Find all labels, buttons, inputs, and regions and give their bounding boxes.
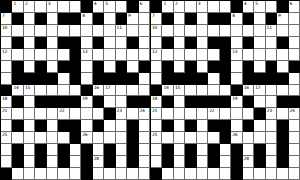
white-cell[interactable] [24,13,35,25]
white-cell[interactable] [266,132,277,144]
white-cell[interactable] [266,96,277,108]
white-cell[interactable] [208,168,219,180]
white-cell[interactable] [266,120,277,132]
white-cell[interactable] [197,61,208,73]
white-cell[interactable] [139,25,150,37]
white-cell[interactable] [174,13,185,25]
white-cell[interactable] [289,144,300,156]
white-cell[interactable]: 18 [1,96,12,108]
white-cell[interactable]: 7 [1,13,12,25]
white-cell[interactable] [47,85,58,97]
white-cell[interactable] [47,168,58,180]
white-cell[interactable] [81,25,92,37]
white-cell[interactable] [266,37,277,49]
white-cell[interactable]: 28 [243,156,254,168]
white-cell[interactable] [162,49,173,61]
white-cell[interactable] [70,144,81,156]
white-cell[interactable]: 14 [162,85,173,97]
white-cell[interactable] [81,108,92,120]
white-cell[interactable] [162,132,173,144]
white-cell[interactable] [12,49,23,61]
white-cell[interactable] [151,61,162,73]
white-cell[interactable] [24,108,35,120]
black-cell [104,156,115,168]
white-cell[interactable]: 8 [81,13,92,25]
white-cell[interactable] [104,13,115,25]
white-cell[interactable] [70,1,81,13]
white-cell[interactable] [139,85,150,97]
white-cell[interactable] [174,37,185,49]
white-cell[interactable]: 13 [81,49,92,61]
white-cell[interactable]: 4 [243,1,254,13]
white-cell[interactable] [197,37,208,49]
white-cell[interactable]: 21 [151,108,162,120]
white-cell[interactable] [231,120,242,132]
white-cell[interactable]: 17 [104,85,115,97]
white-cell[interactable] [254,61,265,73]
white-cell[interactable]: 4 [93,1,104,13]
white-cell[interactable] [185,168,196,180]
white-cell[interactable] [197,13,208,25]
white-cell[interactable] [162,168,173,180]
white-cell[interactable] [47,144,58,156]
white-cell[interactable] [35,108,46,120]
white-cell[interactable] [243,168,254,180]
white-cell[interactable]: 5 [254,1,265,13]
white-cell[interactable] [139,156,150,168]
white-cell[interactable] [197,49,208,61]
white-cell[interactable]: 7 [151,13,162,25]
white-cell[interactable] [127,61,138,73]
white-cell[interactable] [24,96,35,108]
white-cell[interactable] [197,168,208,180]
white-cell[interactable] [197,25,208,37]
white-cell[interactable] [24,144,35,156]
white-cell[interactable]: 19 [231,96,242,108]
black-cell [104,144,115,156]
white-cell[interactable]: 10 [1,25,12,37]
white-cell[interactable] [1,61,12,73]
white-cell[interactable] [185,85,196,97]
white-cell[interactable] [1,73,12,85]
white-cell[interactable] [174,108,185,120]
white-cell[interactable] [70,168,81,180]
white-cell[interactable] [116,156,127,168]
white-cell[interactable] [231,25,242,37]
white-cell[interactable]: 11 [266,25,277,37]
white-cell[interactable]: 15 [24,85,35,97]
white-cell[interactable] [47,37,58,49]
white-cell[interactable] [289,120,300,132]
white-cell[interactable] [231,108,242,120]
white-cell[interactable] [208,1,219,13]
white-cell[interactable] [151,37,162,49]
white-cell[interactable] [174,25,185,37]
white-cell[interactable] [104,25,115,37]
white-cell[interactable] [266,1,277,13]
black-cell [35,120,46,132]
white-cell[interactable] [58,132,69,144]
white-cell[interactable]: 22 [58,108,69,120]
white-cell[interactable] [81,37,92,49]
white-cell[interactable] [127,168,138,180]
black-cell [231,168,242,180]
white-cell[interactable] [116,85,127,97]
white-cell[interactable] [254,37,265,49]
white-cell[interactable] [35,132,46,144]
black-cell [185,37,196,49]
white-cell[interactable] [1,120,12,132]
white-cell[interactable] [208,132,219,144]
white-cell[interactable] [93,168,104,180]
white-cell[interactable] [24,132,35,144]
white-cell[interactable] [12,168,23,180]
white-cell[interactable] [104,168,115,180]
white-cell[interactable]: 9 [127,13,138,25]
white-cell[interactable]: 10 [151,25,162,37]
white-cell[interactable] [47,132,58,144]
white-cell[interactable] [266,85,277,97]
white-cell[interactable] [220,156,231,168]
white-cell[interactable] [81,120,92,132]
white-cell[interactable]: 12 [151,49,162,61]
white-cell[interactable] [289,37,300,49]
white-cell[interactable] [231,37,242,49]
white-cell[interactable] [1,37,12,49]
white-cell[interactable]: 16 [243,85,254,97]
white-cell[interactable] [220,1,231,13]
white-cell[interactable] [93,49,104,61]
white-cell[interactable] [70,108,81,120]
black-cell [185,96,196,108]
black-cell [70,37,81,49]
white-cell[interactable] [139,168,150,180]
white-cell[interactable] [197,120,208,132]
black-cell [24,73,35,85]
white-cell[interactable] [243,108,254,120]
white-cell[interactable] [254,25,265,37]
black-cell [151,1,162,13]
white-cell[interactable] [277,25,288,37]
black-cell [243,96,254,108]
black-cell [162,73,173,85]
white-cell[interactable]: 6 [289,1,300,13]
clue-number: 16 [94,85,99,90]
clue-number: 9 [128,13,131,18]
white-cell[interactable] [185,132,196,144]
white-cell[interactable] [104,49,115,61]
white-cell[interactable]: 1 [12,1,23,13]
white-cell[interactable] [24,120,35,132]
white-cell[interactable] [58,49,69,61]
white-cell[interactable] [93,25,104,37]
white-cell[interactable] [277,85,288,97]
white-cell[interactable] [254,49,265,61]
black-cell [162,61,173,73]
white-cell[interactable] [289,85,300,97]
black-cell [231,85,242,97]
black-cell [277,37,288,49]
white-cell[interactable] [104,61,115,73]
white-cell[interactable]: 25 [1,132,12,144]
white-cell[interactable] [266,168,277,180]
white-cell[interactable] [277,168,288,180]
white-cell[interactable] [58,85,69,97]
white-cell[interactable]: 25 [151,132,162,144]
white-cell[interactable] [1,156,12,168]
white-cell[interactable] [208,25,219,37]
white-cell[interactable]: 19 [81,96,92,108]
white-cell[interactable] [266,144,277,156]
white-cell[interactable] [35,85,46,97]
white-cell[interactable] [289,13,300,25]
white-cell[interactable] [162,108,173,120]
white-cell[interactable] [185,1,196,13]
white-cell[interactable] [151,156,162,168]
white-cell[interactable]: 26 [81,132,92,144]
white-cell[interactable] [151,73,162,85]
white-cell[interactable] [243,25,254,37]
white-cell[interactable] [220,25,231,37]
white-cell[interactable] [24,25,35,37]
white-cell[interactable] [185,25,196,37]
white-cell[interactable] [277,49,288,61]
white-cell[interactable]: 6 [139,1,150,13]
white-cell[interactable] [197,144,208,156]
white-cell[interactable]: 2 [174,1,185,13]
white-cell[interactable] [174,49,185,61]
white-cell[interactable] [174,132,185,144]
black-cell [208,156,219,168]
black-cell [70,61,81,73]
white-cell[interactable] [254,132,265,144]
white-cell[interactable] [104,120,115,132]
white-cell[interactable] [58,1,69,13]
white-cell[interactable] [127,49,138,61]
white-cell[interactable] [47,25,58,37]
white-cell[interactable] [58,25,69,37]
white-cell[interactable] [93,108,104,120]
white-cell[interactable] [220,108,231,120]
white-cell[interactable]: 26 [231,132,242,144]
white-cell[interactable] [116,144,127,156]
white-cell[interactable] [47,13,58,25]
black-cell [81,168,92,180]
white-cell[interactable] [243,132,254,144]
white-cell[interactable] [24,156,35,168]
black-cell [58,156,69,168]
black-cell [70,132,81,144]
white-cell[interactable] [266,49,277,61]
white-cell[interactable]: 3 [197,1,208,13]
white-cell[interactable] [104,37,115,49]
clue-number: 8 [232,13,235,18]
white-cell[interactable] [151,144,162,156]
white-cell[interactable] [116,96,127,108]
white-cell[interactable]: 23 [116,108,127,120]
white-cell[interactable] [220,168,231,180]
white-cell[interactable]: 14 [12,85,23,97]
white-cell[interactable]: 23 [266,108,277,120]
white-cell[interactable] [266,156,277,168]
white-cell[interactable] [1,144,12,156]
white-cell[interactable] [70,25,81,37]
white-cell[interactable] [139,37,150,49]
black-cell [220,132,231,144]
white-cell[interactable] [47,156,58,168]
white-cell[interactable]: 11 [116,25,127,37]
black-cell [254,73,265,85]
white-cell[interactable] [220,85,231,97]
white-cell[interactable]: 24 [139,108,150,120]
white-cell[interactable] [35,25,46,37]
clue-number: 7 [152,13,155,18]
white-cell[interactable] [139,73,150,85]
white-cell[interactable] [289,132,300,144]
white-cell[interactable] [208,85,219,97]
white-cell[interactable] [174,61,185,73]
white-cell[interactable] [58,168,69,180]
white-cell[interactable] [104,96,115,108]
white-cell[interactable] [70,85,81,97]
black-cell [58,13,69,25]
white-cell[interactable] [12,108,23,120]
white-cell[interactable] [174,144,185,156]
white-cell[interactable] [185,49,196,61]
white-cell[interactable]: 12 [1,49,12,61]
white-cell[interactable] [289,168,300,180]
white-cell[interactable] [254,96,265,108]
white-cell[interactable] [174,120,185,132]
white-cell[interactable] [139,144,150,156]
white-cell[interactable] [35,168,46,180]
black-cell [12,37,23,49]
white-cell[interactable] [197,132,208,144]
white-cell[interactable]: 17 [254,85,265,97]
white-cell[interactable] [254,168,265,180]
white-cell[interactable] [93,132,104,144]
white-cell[interactable] [116,132,127,144]
white-cell[interactable] [127,25,138,37]
white-cell[interactable] [197,156,208,168]
black-cell [231,1,242,13]
clue-number: 12 [2,49,7,54]
white-cell[interactable] [162,25,173,37]
white-cell[interactable] [116,1,127,13]
white-cell[interactable] [174,156,185,168]
white-cell[interactable] [289,156,300,168]
clue-number: 19 [82,96,87,101]
white-cell[interactable]: 18 [151,96,162,108]
white-cell[interactable] [24,61,35,73]
black-cell [208,144,219,156]
white-cell[interactable] [139,120,150,132]
white-cell[interactable] [47,49,58,61]
white-cell[interactable]: 21 [1,108,12,120]
white-cell[interactable] [116,37,127,49]
white-cell[interactable] [220,144,231,156]
white-cell[interactable] [197,108,208,120]
white-cell[interactable] [208,73,219,85]
white-cell[interactable] [254,13,265,25]
white-cell[interactable] [139,49,150,61]
white-cell[interactable] [197,85,208,97]
white-cell[interactable] [243,49,254,61]
white-cell[interactable]: 15 [174,85,185,97]
white-cell[interactable] [174,96,185,108]
white-cell[interactable] [104,132,115,144]
white-cell[interactable] [12,132,23,144]
white-cell[interactable] [243,144,254,156]
black-cell [220,61,231,73]
white-cell[interactable] [151,120,162,132]
white-cell[interactable] [185,108,196,120]
white-cell[interactable] [58,73,69,85]
white-cell[interactable] [35,1,46,13]
black-cell [12,144,23,156]
white-cell[interactable] [127,108,138,120]
white-cell[interactable] [24,49,35,61]
black-cell [12,156,23,168]
white-cell[interactable] [12,25,23,37]
white-cell[interactable] [208,49,219,61]
white-cell[interactable] [127,85,138,97]
white-cell[interactable]: 24 [289,108,300,120]
white-cell[interactable] [116,120,127,132]
white-cell[interactable] [93,144,104,156]
white-cell[interactable] [289,49,300,61]
white-cell[interactable]: 2 [24,1,35,13]
white-cell[interactable] [289,25,300,37]
white-cell[interactable]: 5 [104,1,115,13]
white-cell[interactable] [81,73,92,85]
white-cell[interactable] [139,13,150,25]
white-cell[interactable] [70,156,81,168]
white-cell[interactable] [116,49,127,61]
white-cell[interactable]: 22 [208,108,219,120]
white-cell[interactable] [81,61,92,73]
white-cell[interactable] [231,73,242,85]
white-cell[interactable] [24,168,35,180]
white-cell[interactable] [277,108,288,120]
white-cell[interactable] [24,37,35,49]
black-cell [208,96,219,108]
white-cell[interactable] [47,108,58,120]
white-cell[interactable]: 16 [93,85,104,97]
black-cell [127,156,138,168]
white-cell[interactable] [174,168,185,180]
white-cell[interactable] [277,61,288,73]
black-cell [93,37,104,49]
white-cell[interactable]: 3 [47,1,58,13]
black-cell [231,144,242,156]
white-cell[interactable] [47,120,58,132]
white-cell[interactable] [231,61,242,73]
white-cell[interactable] [254,120,265,132]
white-cell[interactable]: 1 [162,1,173,13]
white-cell[interactable] [47,61,58,73]
white-cell[interactable]: 9 [277,13,288,25]
black-cell [35,37,46,49]
white-cell[interactable] [289,73,300,85]
white-cell[interactable]: 28 [93,156,104,168]
white-cell[interactable] [139,132,150,144]
clue-number: 14 [13,85,18,90]
white-cell[interactable] [116,168,127,180]
white-cell[interactable]: 13 [231,49,242,61]
white-cell[interactable] [35,49,46,61]
white-cell[interactable]: 8 [231,13,242,25]
